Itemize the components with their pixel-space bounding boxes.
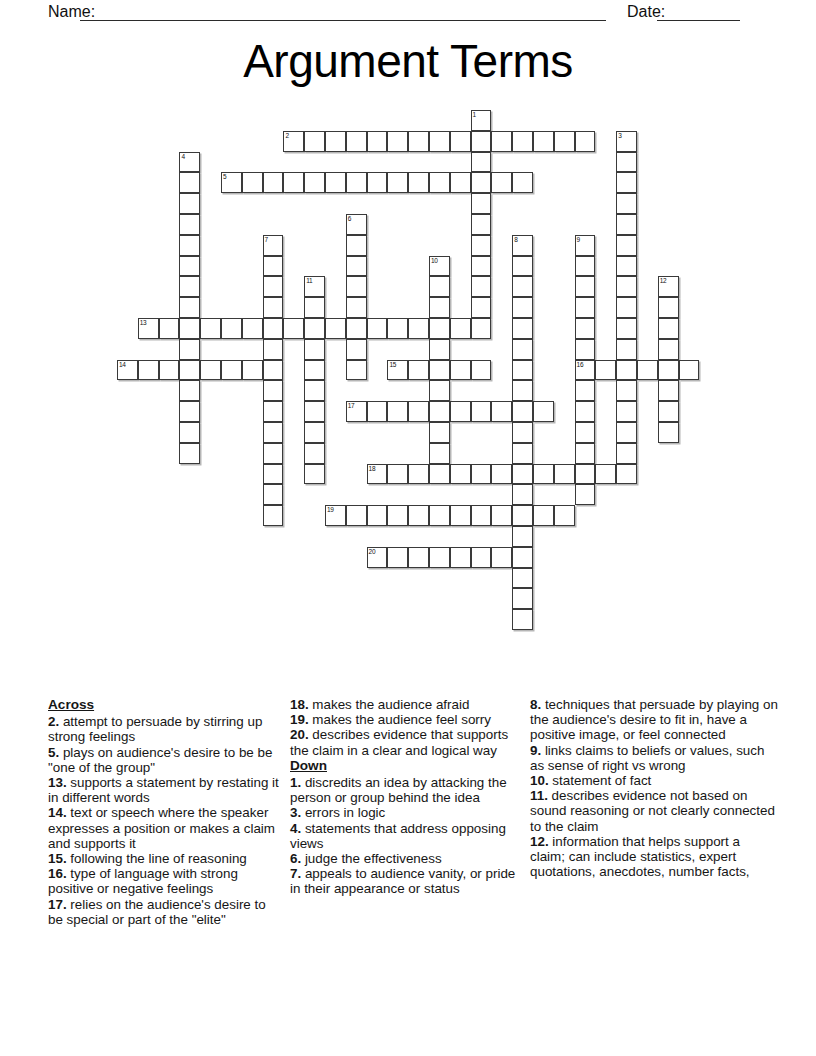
grid-cell-r21c18[interactable] xyxy=(491,547,512,568)
grid-cell-r12c3[interactable] xyxy=(179,360,200,381)
grid-cell-r17c20[interactable] xyxy=(533,464,554,485)
grid-cell-r12c17[interactable] xyxy=(471,360,492,381)
grid-cell-r12c11[interactable] xyxy=(346,360,367,381)
grid-cell-r7c3[interactable] xyxy=(179,256,200,277)
grid-cell-r8c19[interactable] xyxy=(512,276,533,297)
across-heading: Across xyxy=(48,697,280,712)
grid-cell-r15c9[interactable] xyxy=(304,422,325,443)
grid-cell-r18c22[interactable] xyxy=(575,484,596,505)
grid-cell-r17c16[interactable] xyxy=(450,464,471,485)
grid-cell-r7c11[interactable] xyxy=(346,256,367,277)
grid-cell-r10c16[interactable] xyxy=(450,318,471,339)
grid-cell-r13c22[interactable] xyxy=(575,380,596,401)
grid-cell-r10c3[interactable] xyxy=(179,318,200,339)
grid-cell-r13c19[interactable] xyxy=(512,380,533,401)
clue-down-7: 7. appeals to audience vanity, or pride … xyxy=(290,866,526,896)
grid-cell-r13c15[interactable] xyxy=(429,380,450,401)
grid-cell-r1c15[interactable] xyxy=(429,131,450,152)
grid-cell-r14c18[interactable] xyxy=(491,401,512,422)
grid-cell-r10c6[interactable] xyxy=(242,318,263,339)
grid-cell-r10c8[interactable] xyxy=(283,318,304,339)
grid-cell-r1c24[interactable]: 3 xyxy=(616,131,637,152)
grid-cell-r17c14[interactable] xyxy=(408,464,429,485)
clue-across-16: 16. type of language with strong positiv… xyxy=(48,866,280,896)
grid-cell-r7c17[interactable] xyxy=(471,256,492,277)
grid-cell-r15c26[interactable] xyxy=(658,422,679,443)
clue-across-13: 13. supports a statement by restating it… xyxy=(48,775,280,805)
grid-cell-r9c11[interactable] xyxy=(346,297,367,318)
grid-cell-r8c11[interactable] xyxy=(346,276,367,297)
grid-cell-r5c24[interactable] xyxy=(616,214,637,235)
grid-cell-r6c19[interactable]: 8 xyxy=(512,235,533,256)
grid-cell-r3c9[interactable] xyxy=(304,172,325,193)
grid-cell-r22c19[interactable] xyxy=(512,568,533,589)
grid-cell-r14c7[interactable] xyxy=(263,401,284,422)
grid-cell-r10c26[interactable] xyxy=(658,318,679,339)
grid-cell-r19c15[interactable] xyxy=(429,505,450,526)
grid-cell-r8c15[interactable] xyxy=(429,276,450,297)
grid-cell-r4c17[interactable] xyxy=(471,193,492,214)
grid-cell-r10c9[interactable] xyxy=(304,318,325,339)
grid-cell-r12c15[interactable] xyxy=(429,360,450,381)
grid-cell-r16c24[interactable] xyxy=(616,443,637,464)
clues-column-2: 18. makes the audience afraid19. makes t… xyxy=(290,697,526,897)
cell-number-12: 12 xyxy=(660,277,667,284)
cell-number-10: 10 xyxy=(431,257,438,264)
grid-cell-r3c18[interactable] xyxy=(491,172,512,193)
grid-cell-r17c12[interactable]: 18 xyxy=(367,464,388,485)
grid-cell-r12c0[interactable]: 14 xyxy=(117,360,138,381)
grid-cell-r10c22[interactable] xyxy=(575,318,596,339)
grid-cell-r7c7[interactable] xyxy=(263,256,284,277)
cell-number-17: 17 xyxy=(348,402,355,409)
grid-cell-r16c15[interactable] xyxy=(429,443,450,464)
grid-cell-r1c19[interactable] xyxy=(512,131,533,152)
grid-cell-r14c15[interactable] xyxy=(429,401,450,422)
grid-cell-r10c7[interactable] xyxy=(263,318,284,339)
grid-cell-r23c19[interactable] xyxy=(512,588,533,609)
grid-cell-r1c20[interactable] xyxy=(533,131,554,152)
grid-cell-r15c3[interactable] xyxy=(179,422,200,443)
grid-cell-r11c9[interactable] xyxy=(304,339,325,360)
cell-number-16: 16 xyxy=(577,361,584,368)
grid-cell-r14c14[interactable] xyxy=(408,401,429,422)
grid-cell-r19c16[interactable] xyxy=(450,505,471,526)
grid-cell-r14c11[interactable]: 17 xyxy=(346,401,367,422)
grid-cell-r17c7[interactable] xyxy=(263,464,284,485)
grid-cell-r10c14[interactable] xyxy=(408,318,429,339)
clue-across-5: 5. plays on audience's desire to be be "… xyxy=(48,745,280,775)
grid-cell-r10c11[interactable] xyxy=(346,318,367,339)
grid-cell-r15c19[interactable] xyxy=(512,422,533,443)
grid-cell-r19c18[interactable] xyxy=(491,505,512,526)
grid-cell-r12c7[interactable] xyxy=(263,360,284,381)
grid-cell-r1c17[interactable] xyxy=(471,131,492,152)
grid-cell-r13c7[interactable] xyxy=(263,380,284,401)
grid-cell-r1c8[interactable]: 2 xyxy=(283,131,304,152)
grid-cell-r17c18[interactable] xyxy=(491,464,512,485)
grid-cell-r12c22[interactable]: 16 xyxy=(575,360,596,381)
clue-down-6: 6. judge the effectiveness xyxy=(290,851,526,866)
grid-cell-r1c22[interactable] xyxy=(575,131,596,152)
grid-cell-r10c17[interactable] xyxy=(471,318,492,339)
grid-cell-r21c16[interactable] xyxy=(450,547,471,568)
grid-cell-r7c19[interactable] xyxy=(512,256,533,277)
grid-cell-r19c11[interactable] xyxy=(346,505,367,526)
grid-cell-r19c10[interactable]: 19 xyxy=(325,505,346,526)
grid-cell-r5c11[interactable]: 6 xyxy=(346,214,367,235)
grid-cell-r12c1[interactable] xyxy=(138,360,159,381)
grid-cell-r11c3[interactable] xyxy=(179,339,200,360)
grid-cell-r0c17[interactable]: 1 xyxy=(471,110,492,131)
grid-cell-r17c9[interactable] xyxy=(304,464,325,485)
cell-number-18: 18 xyxy=(369,465,376,472)
grid-cell-r12c24[interactable] xyxy=(616,360,637,381)
grid-cell-r11c11[interactable] xyxy=(346,339,367,360)
grid-cell-r2c17[interactable] xyxy=(471,152,492,173)
grid-cell-r3c14[interactable] xyxy=(408,172,429,193)
grid-cell-r3c11[interactable] xyxy=(346,172,367,193)
grid-cell-r12c19[interactable] xyxy=(512,360,533,381)
grid-cell-r19c7[interactable] xyxy=(263,505,284,526)
grid-cell-r6c7[interactable]: 7 xyxy=(263,235,284,256)
grid-cell-r14c12[interactable] xyxy=(367,401,388,422)
grid-cell-r11c7[interactable] xyxy=(263,339,284,360)
clue-down-3: 3. errors in logic xyxy=(290,805,526,820)
grid-cell-r5c3[interactable] xyxy=(179,214,200,235)
clue-across-2: 2. attempt to persuade by stirring up st… xyxy=(48,714,280,744)
grid-cell-r1c12[interactable] xyxy=(367,131,388,152)
name-blank-line[interactable] xyxy=(80,2,606,21)
cell-number-7: 7 xyxy=(265,236,268,243)
date-blank-line[interactable] xyxy=(657,2,740,21)
cell-number-15: 15 xyxy=(389,361,396,368)
grid-cell-r11c22[interactable] xyxy=(575,339,596,360)
cell-number-6: 6 xyxy=(348,215,351,222)
grid-cell-r19c14[interactable] xyxy=(408,505,429,526)
grid-cell-r11c15[interactable] xyxy=(429,339,450,360)
grid-cell-r9c15[interactable] xyxy=(429,297,450,318)
grid-cell-r17c22[interactable] xyxy=(575,464,596,485)
grid-cell-r17c21[interactable] xyxy=(554,464,575,485)
grid-cell-r3c19[interactable] xyxy=(512,172,533,193)
grid-cell-r3c10[interactable] xyxy=(325,172,346,193)
cell-number-8: 8 xyxy=(514,236,517,243)
grid-cell-r16c7[interactable] xyxy=(263,443,284,464)
cell-number-2: 2 xyxy=(285,132,288,139)
grid-cell-r9c9[interactable] xyxy=(304,297,325,318)
grid-cell-r13c24[interactable] xyxy=(616,380,637,401)
grid-cell-r14c20[interactable] xyxy=(533,401,554,422)
cell-number-9: 9 xyxy=(577,236,580,243)
grid-cell-r14c16[interactable] xyxy=(450,401,471,422)
grid-cell-r10c2[interactable] xyxy=(159,318,180,339)
cell-number-5: 5 xyxy=(223,173,226,180)
grid-cell-r1c9[interactable] xyxy=(304,131,325,152)
grid-cell-r21c13[interactable] xyxy=(387,547,408,568)
grid-cell-r6c17[interactable] xyxy=(471,235,492,256)
grid-cell-r10c4[interactable] xyxy=(200,318,221,339)
grid-cell-r16c3[interactable] xyxy=(179,443,200,464)
grid-cell-r1c14[interactable] xyxy=(408,131,429,152)
grid-cell-r17c17[interactable] xyxy=(471,464,492,485)
grid-cell-r13c3[interactable] xyxy=(179,380,200,401)
grid-cell-r12c6[interactable] xyxy=(242,360,263,381)
grid-cell-r17c23[interactable] xyxy=(595,464,616,485)
grid-cell-r1c18[interactable] xyxy=(491,131,512,152)
grid-cell-r12c2[interactable] xyxy=(159,360,180,381)
grid-cell-r9c26[interactable] xyxy=(658,297,679,318)
grid-cell-r9c24[interactable] xyxy=(616,297,637,318)
grid-cell-r16c9[interactable] xyxy=(304,443,325,464)
grid-cell-r8c24[interactable] xyxy=(616,276,637,297)
grid-cell-r19c19[interactable] xyxy=(512,505,533,526)
grid-cell-r12c27[interactable] xyxy=(679,360,700,381)
grid-cell-r13c26[interactable] xyxy=(658,380,679,401)
grid-cell-r10c12[interactable] xyxy=(367,318,388,339)
grid-cell-r8c26[interactable]: 12 xyxy=(658,276,679,297)
grid-cell-r12c23[interactable] xyxy=(595,360,616,381)
grid-cell-r14c26[interactable] xyxy=(658,401,679,422)
grid-cell-r1c16[interactable] xyxy=(450,131,471,152)
grid-cell-r17c13[interactable] xyxy=(387,464,408,485)
grid-cell-r15c7[interactable] xyxy=(263,422,284,443)
grid-cell-r14c13[interactable] xyxy=(387,401,408,422)
grid-cell-r3c8[interactable] xyxy=(283,172,304,193)
clue-down-1: 1. discredits an idea by attacking the p… xyxy=(290,775,526,805)
grid-cell-r8c7[interactable] xyxy=(263,276,284,297)
grid-cell-r3c12[interactable] xyxy=(367,172,388,193)
grid-cell-r21c17[interactable] xyxy=(471,547,492,568)
grid-cell-r10c1[interactable]: 13 xyxy=(138,318,159,339)
clue-across-15: 15. following the line of reasoning xyxy=(48,851,280,866)
crossword-grid: 1234567891011121314151617181920 xyxy=(117,110,700,631)
grid-cell-r8c17[interactable] xyxy=(471,276,492,297)
clue-across-18: 18. makes the audience afraid xyxy=(290,697,526,712)
grid-cell-r2c24[interactable] xyxy=(616,152,637,173)
grid-cell-r3c13[interactable] xyxy=(387,172,408,193)
grid-cell-r11c26[interactable] xyxy=(658,339,679,360)
grid-cell-r14c22[interactable] xyxy=(575,401,596,422)
grid-cell-r9c22[interactable] xyxy=(575,297,596,318)
grid-cell-r1c13[interactable] xyxy=(387,131,408,152)
grid-cell-r17c19[interactable] xyxy=(512,464,533,485)
grid-cell-r6c24[interactable] xyxy=(616,235,637,256)
grid-cell-r12c9[interactable] xyxy=(304,360,325,381)
clues-column-1: Across2. attempt to persuade by stirring… xyxy=(48,697,280,927)
grid-cell-r16c22[interactable] xyxy=(575,443,596,464)
grid-cell-r10c10[interactable] xyxy=(325,318,346,339)
grid-cell-r8c22[interactable] xyxy=(575,276,596,297)
grid-cell-r6c3[interactable] xyxy=(179,235,200,256)
grid-cell-r18c7[interactable] xyxy=(263,484,284,505)
cell-number-11: 11 xyxy=(306,277,312,284)
cell-number-20: 20 xyxy=(369,548,376,555)
cell-number-14: 14 xyxy=(119,361,126,368)
grid-cell-r3c17[interactable] xyxy=(471,172,492,193)
clue-down-12: 12. information that helps support a cla… xyxy=(530,834,778,880)
cell-number-19: 19 xyxy=(327,506,334,513)
grid-cell-r11c19[interactable] xyxy=(512,339,533,360)
grid-cell-r10c24[interactable] xyxy=(616,318,637,339)
clue-across-19: 19. makes the audience feel sorry xyxy=(290,712,526,727)
clue-across-20: 20. describes evidence that supports the… xyxy=(290,727,526,757)
grid-cell-r7c15[interactable]: 10 xyxy=(429,256,450,277)
clue-down-11: 11. describes evidence not based on soun… xyxy=(530,788,778,834)
grid-cell-r14c24[interactable] xyxy=(616,401,637,422)
grid-cell-r12c4[interactable] xyxy=(200,360,221,381)
grid-cell-r15c22[interactable] xyxy=(575,422,596,443)
grid-cell-r8c3[interactable] xyxy=(179,276,200,297)
grid-cell-r21c19[interactable] xyxy=(512,547,533,568)
grid-cell-r6c11[interactable] xyxy=(346,235,367,256)
grid-cell-r10c15[interactable] xyxy=(429,318,450,339)
page-title: Argument Terms xyxy=(0,34,816,88)
down-heading: Down xyxy=(290,758,526,773)
grid-cell-r21c14[interactable] xyxy=(408,547,429,568)
grid-cell-r16c19[interactable] xyxy=(512,443,533,464)
grid-cell-r6c22[interactable]: 9 xyxy=(575,235,596,256)
grid-cell-r15c15[interactable] xyxy=(429,422,450,443)
clue-down-9: 9. links claims to beliefs or values, su… xyxy=(530,743,778,773)
grid-cell-r9c7[interactable] xyxy=(263,297,284,318)
grid-cell-r12c16[interactable] xyxy=(450,360,471,381)
clue-across-14: 14. text or speech where the speaker exp… xyxy=(48,805,280,851)
grid-cell-r10c13[interactable] xyxy=(387,318,408,339)
grid-cell-r12c5[interactable] xyxy=(221,360,242,381)
grid-cell-r19c21[interactable] xyxy=(554,505,575,526)
grid-cell-r1c10[interactable] xyxy=(325,131,346,152)
grid-cell-r10c5[interactable] xyxy=(221,318,242,339)
grid-cell-r7c24[interactable] xyxy=(616,256,637,277)
grid-cell-r12c25[interactable] xyxy=(637,360,658,381)
grid-cell-r19c12[interactable] xyxy=(367,505,388,526)
grid-cell-r19c17[interactable] xyxy=(471,505,492,526)
grid-cell-r7c22[interactable] xyxy=(575,256,596,277)
grid-cell-r4c24[interactable] xyxy=(616,193,637,214)
grid-cell-r11c24[interactable] xyxy=(616,339,637,360)
grid-cell-r14c19[interactable] xyxy=(512,401,533,422)
clues-column-3: 8. techniques that persuade by playing o… xyxy=(530,697,778,879)
grid-cell-r1c11[interactable] xyxy=(346,131,367,152)
clue-down-4: 4. statements that address opposing view… xyxy=(290,821,526,851)
grid-cell-r12c26[interactable] xyxy=(658,360,679,381)
grid-cell-r4c3[interactable] xyxy=(179,193,200,214)
grid-cell-r3c16[interactable] xyxy=(450,172,471,193)
cell-number-13: 13 xyxy=(140,319,147,326)
grid-cell-r9c3[interactable] xyxy=(179,297,200,318)
grid-cell-r19c13[interactable] xyxy=(387,505,408,526)
grid-cell-r14c9[interactable] xyxy=(304,401,325,422)
grid-cell-r17c24[interactable] xyxy=(616,464,637,485)
grid-cell-r12c14[interactable] xyxy=(408,360,429,381)
cell-number-3: 3 xyxy=(618,132,621,139)
grid-cell-r8c9[interactable]: 11 xyxy=(304,276,325,297)
grid-cell-r3c24[interactable] xyxy=(616,172,637,193)
clue-down-8: 8. techniques that persuade by playing o… xyxy=(530,697,778,743)
cell-number-1: 1 xyxy=(473,111,476,118)
grid-cell-r3c15[interactable] xyxy=(429,172,450,193)
grid-cell-r5c17[interactable] xyxy=(471,214,492,235)
grid-cell-r1c21[interactable] xyxy=(554,131,575,152)
grid-cell-r17c15[interactable] xyxy=(429,464,450,485)
grid-cell-r2c3[interactable]: 4 xyxy=(179,152,200,173)
grid-cell-r9c17[interactable] xyxy=(471,297,492,318)
grid-cell-r13c9[interactable] xyxy=(304,380,325,401)
grid-cell-r14c17[interactable] xyxy=(471,401,492,422)
grid-cell-r19c20[interactable] xyxy=(533,505,554,526)
grid-cell-r15c24[interactable] xyxy=(616,422,637,443)
grid-cell-r3c7[interactable] xyxy=(263,172,284,193)
grid-cell-r9c19[interactable] xyxy=(512,297,533,318)
grid-cell-r18c19[interactable] xyxy=(512,484,533,505)
clue-across-17: 17. relies on the audience's desire to b… xyxy=(48,897,280,927)
grid-cell-r10c19[interactable] xyxy=(512,318,533,339)
grid-cell-r14c3[interactable] xyxy=(179,401,200,422)
clue-down-10: 10. statement of fact xyxy=(530,773,778,788)
grid-cell-r3c5[interactable]: 5 xyxy=(221,172,242,193)
grid-cell-r21c12[interactable]: 20 xyxy=(367,547,388,568)
cell-number-4: 4 xyxy=(181,153,184,160)
grid-cell-r3c3[interactable] xyxy=(179,172,200,193)
grid-cell-r20c19[interactable] xyxy=(512,526,533,547)
grid-cell-r12c13[interactable]: 15 xyxy=(387,360,408,381)
grid-cell-r21c15[interactable] xyxy=(429,547,450,568)
grid-cell-r24c19[interactable] xyxy=(512,609,533,630)
grid-cell-r3c6[interactable] xyxy=(242,172,263,193)
